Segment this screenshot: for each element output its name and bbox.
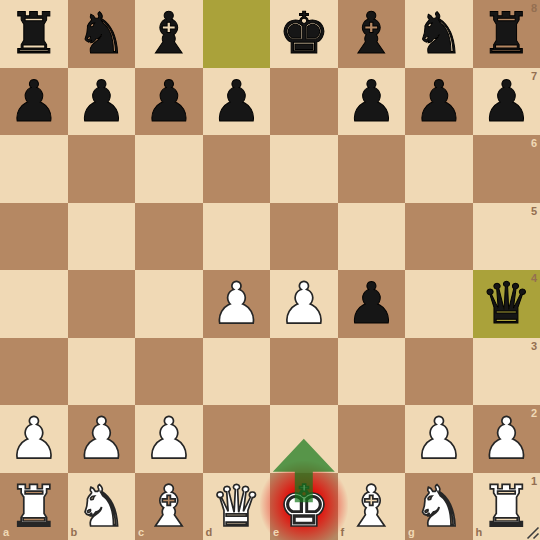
square-a7[interactable]: ♟	[0, 68, 68, 136]
square-f3[interactable]	[338, 338, 406, 406]
square-c2[interactable]: ♟	[135, 405, 203, 473]
black-pawn-g7[interactable]: ♟	[413, 68, 464, 136]
square-f8[interactable]: ♝	[338, 0, 406, 68]
square-g1[interactable]: ♞g	[405, 473, 473, 540]
file-label-d: d	[206, 527, 213, 538]
square-b2[interactable]: ♟	[68, 405, 136, 473]
square-d1[interactable]: ♛d	[203, 473, 271, 540]
square-g4[interactable]	[405, 270, 473, 338]
square-h2[interactable]: ♟2	[473, 405, 540, 473]
black-knight-g8[interactable]: ♞	[413, 0, 464, 68]
square-c7[interactable]: ♟	[135, 68, 203, 136]
rank-label-2: 2	[531, 408, 537, 419]
square-g7[interactable]: ♟	[405, 68, 473, 136]
square-g5[interactable]	[405, 203, 473, 271]
rank-label-5: 5	[531, 206, 537, 217]
square-h5[interactable]: 5	[473, 203, 540, 271]
last-move-highlight-d8	[203, 0, 271, 68]
white-pawn-h2[interactable]: ♟	[481, 405, 532, 473]
square-e8[interactable]: ♚	[270, 0, 338, 68]
square-b4[interactable]	[68, 270, 136, 338]
black-bishop-f8[interactable]: ♝	[346, 0, 397, 68]
square-h8[interactable]: ♜8	[473, 0, 540, 68]
white-pawn-d4[interactable]: ♟	[211, 270, 262, 338]
rank-label-4: 4	[531, 273, 537, 284]
white-pawn-c2[interactable]: ♟	[143, 405, 194, 473]
square-g3[interactable]	[405, 338, 473, 406]
square-d3[interactable]	[203, 338, 271, 406]
white-pawn-b2[interactable]: ♟	[76, 405, 127, 473]
square-d6[interactable]	[203, 135, 271, 203]
file-label-e: e	[273, 527, 279, 538]
rank-label-1: 1	[531, 476, 537, 487]
square-g8[interactable]: ♞	[405, 0, 473, 68]
square-f1[interactable]: ♝f	[338, 473, 406, 540]
white-bishop-f1[interactable]: ♝	[346, 473, 397, 540]
file-label-a: a	[3, 527, 9, 538]
white-knight-b1[interactable]: ♞	[76, 473, 127, 540]
square-b5[interactable]	[68, 203, 136, 271]
square-f5[interactable]	[338, 203, 406, 271]
rank-label-3: 3	[531, 341, 537, 352]
file-label-b: b	[71, 527, 78, 538]
black-pawn-f7[interactable]: ♟	[346, 68, 397, 136]
white-bishop-c1[interactable]: ♝	[143, 473, 194, 540]
black-pawn-b7[interactable]: ♟	[76, 68, 127, 136]
white-pawn-a2[interactable]: ♟	[8, 405, 59, 473]
white-knight-g1[interactable]: ♞	[413, 473, 464, 540]
white-pawn-g2[interactable]: ♟	[413, 405, 464, 473]
square-e2[interactable]	[270, 405, 338, 473]
black-queen-h4[interactable]: ♛	[481, 270, 532, 338]
black-rook-h8[interactable]: ♜	[481, 0, 532, 68]
square-e3[interactable]	[270, 338, 338, 406]
square-e6[interactable]	[270, 135, 338, 203]
square-a4[interactable]	[0, 270, 68, 338]
square-b1[interactable]: ♞b	[68, 473, 136, 540]
square-c5[interactable]	[135, 203, 203, 271]
file-label-c: c	[138, 527, 144, 538]
square-f6[interactable]	[338, 135, 406, 203]
square-a5[interactable]	[0, 203, 68, 271]
black-pawn-h7[interactable]: ♟	[481, 68, 532, 136]
black-pawn-c7[interactable]: ♟	[143, 68, 194, 136]
square-f4[interactable]: ♟	[338, 270, 406, 338]
square-e5[interactable]	[270, 203, 338, 271]
square-a2[interactable]: ♟	[0, 405, 68, 473]
square-e7[interactable]	[270, 68, 338, 136]
square-a6[interactable]	[0, 135, 68, 203]
square-a1[interactable]: ♜a	[0, 473, 68, 540]
white-rook-a1[interactable]: ♜	[8, 473, 59, 540]
white-king-e1[interactable]: ♚	[278, 473, 329, 540]
file-label-g: g	[408, 527, 415, 538]
square-a3[interactable]	[0, 338, 68, 406]
rank-label-6: 6	[531, 138, 537, 149]
square-b8[interactable]: ♞	[68, 0, 136, 68]
square-h6[interactable]: 6	[473, 135, 540, 203]
black-bishop-c8[interactable]: ♝	[143, 0, 194, 68]
square-b6[interactable]	[68, 135, 136, 203]
square-c3[interactable]	[135, 338, 203, 406]
chess-board-container: ♜♞♝♚♝♞♜8♟♟♟♟♟♟♟765♟♟♟♛43♟♟♟♟♟2♜a♞b♝c♛d♚e…	[0, 0, 540, 540]
square-c6[interactable]	[135, 135, 203, 203]
black-king-e8[interactable]: ♚	[278, 0, 329, 68]
square-e4[interactable]: ♟	[270, 270, 338, 338]
square-d2[interactable]	[203, 405, 271, 473]
square-a8[interactable]: ♜	[0, 0, 68, 68]
white-pawn-e4[interactable]: ♟	[278, 270, 329, 338]
square-g2[interactable]: ♟	[405, 405, 473, 473]
square-h4[interactable]: ♛4	[473, 270, 540, 338]
black-knight-b8[interactable]: ♞	[76, 0, 127, 68]
rank-label-8: 8	[531, 3, 537, 14]
square-b7[interactable]: ♟	[68, 68, 136, 136]
square-d8[interactable]	[203, 0, 271, 68]
black-pawn-a7[interactable]: ♟	[8, 68, 59, 136]
file-label-f: f	[341, 527, 345, 538]
chess-board: ♜♞♝♚♝♞♜8♟♟♟♟♟♟♟765♟♟♟♛43♟♟♟♟♟2♜a♞b♝c♛d♚e…	[0, 0, 540, 540]
square-c1[interactable]: ♝c	[135, 473, 203, 540]
square-f2[interactable]	[338, 405, 406, 473]
square-c4[interactable]	[135, 270, 203, 338]
square-h7[interactable]: ♟7	[473, 68, 540, 136]
black-pawn-f4[interactable]: ♟	[346, 270, 397, 338]
square-h1[interactable]: ♜1h	[473, 473, 540, 540]
square-c8[interactable]: ♝	[135, 0, 203, 68]
file-label-h: h	[476, 527, 483, 538]
square-d5[interactable]	[203, 203, 271, 271]
square-h3[interactable]: 3	[473, 338, 540, 406]
white-rook-h1[interactable]: ♜	[481, 473, 532, 540]
rank-label-7: 7	[531, 71, 537, 82]
square-d7[interactable]: ♟	[203, 68, 271, 136]
square-e1[interactable]: ♚e	[270, 473, 338, 540]
black-pawn-d7[interactable]: ♟	[211, 68, 262, 136]
square-f7[interactable]: ♟	[338, 68, 406, 136]
square-g6[interactable]	[405, 135, 473, 203]
white-queen-d1[interactable]: ♛	[211, 473, 262, 540]
square-b3[interactable]	[68, 338, 136, 406]
black-rook-a8[interactable]: ♜	[8, 0, 59, 68]
square-d4[interactable]: ♟	[203, 270, 271, 338]
